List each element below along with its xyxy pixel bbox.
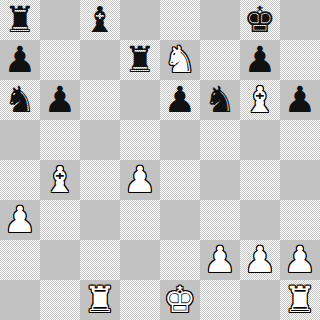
square-g1[interactable] [240,280,280,320]
square-g5[interactable] [240,120,280,160]
square-f2[interactable]: ♟ [200,240,240,280]
piece-white-bishop: ♝ [244,80,276,120]
square-f5[interactable] [200,120,240,160]
square-b7[interactable] [40,40,80,80]
square-e6[interactable]: ♟ [160,80,200,120]
square-b2[interactable] [40,240,80,280]
square-a8[interactable]: ♜ [0,0,40,40]
square-c7[interactable] [80,40,120,80]
chess-board: ♜♝♚♟♜♞♟♞♟♟♞♝♟♝♟♟♟♟♟♜♚♜ [0,0,320,320]
piece-white-pawn: ♟ [204,240,236,280]
square-f4[interactable] [200,160,240,200]
square-d1[interactable] [120,280,160,320]
square-h2[interactable]: ♟ [280,240,320,280]
square-c2[interactable] [80,240,120,280]
square-f1[interactable] [200,280,240,320]
piece-black-rook: ♜ [4,0,36,40]
square-d3[interactable] [120,200,160,240]
square-a3[interactable]: ♟ [0,200,40,240]
square-d6[interactable] [120,80,160,120]
square-e2[interactable] [160,240,200,280]
square-c5[interactable] [80,120,120,160]
square-d7[interactable]: ♜ [120,40,160,80]
square-a4[interactable] [0,160,40,200]
square-h3[interactable] [280,200,320,240]
piece-white-pawn: ♟ [4,200,36,240]
square-h1[interactable]: ♜ [280,280,320,320]
piece-black-pawn: ♟ [284,80,316,120]
square-c3[interactable] [80,200,120,240]
piece-white-rook: ♜ [84,280,116,320]
piece-black-pawn: ♟ [164,80,196,120]
piece-black-pawn: ♟ [44,80,76,120]
square-f7[interactable] [200,40,240,80]
square-b1[interactable] [40,280,80,320]
square-g7[interactable]: ♟ [240,40,280,80]
square-f6[interactable]: ♞ [200,80,240,120]
piece-black-pawn: ♟ [4,40,36,80]
square-a1[interactable] [0,280,40,320]
square-f8[interactable] [200,0,240,40]
square-e4[interactable] [160,160,200,200]
square-c1[interactable]: ♜ [80,280,120,320]
square-h8[interactable] [280,0,320,40]
square-h6[interactable]: ♟ [280,80,320,120]
piece-white-pawn: ♟ [124,160,156,200]
square-f3[interactable] [200,200,240,240]
square-c8[interactable]: ♝ [80,0,120,40]
piece-white-rook: ♜ [284,280,316,320]
square-e3[interactable] [160,200,200,240]
square-d8[interactable] [120,0,160,40]
square-b5[interactable] [40,120,80,160]
square-e1[interactable]: ♚ [160,280,200,320]
piece-black-knight: ♞ [204,80,236,120]
square-c6[interactable] [80,80,120,120]
square-h7[interactable] [280,40,320,80]
piece-white-bishop: ♝ [44,160,76,200]
piece-black-king: ♚ [244,0,276,40]
square-d4[interactable]: ♟ [120,160,160,200]
square-h4[interactable] [280,160,320,200]
square-g8[interactable]: ♚ [240,0,280,40]
square-g3[interactable] [240,200,280,240]
piece-white-pawn: ♟ [244,240,276,280]
square-b6[interactable]: ♟ [40,80,80,120]
square-b3[interactable] [40,200,80,240]
piece-white-king: ♚ [164,280,196,320]
square-g2[interactable]: ♟ [240,240,280,280]
square-a2[interactable] [0,240,40,280]
piece-white-knight: ♞ [164,40,196,80]
piece-black-knight: ♞ [4,80,36,120]
square-g4[interactable] [240,160,280,200]
square-b8[interactable] [40,0,80,40]
square-h5[interactable] [280,120,320,160]
piece-white-pawn: ♟ [284,240,316,280]
square-d5[interactable] [120,120,160,160]
square-a6[interactable]: ♞ [0,80,40,120]
piece-black-rook: ♜ [124,40,156,80]
square-a7[interactable]: ♟ [0,40,40,80]
square-g6[interactable]: ♝ [240,80,280,120]
square-d2[interactable] [120,240,160,280]
square-e8[interactable] [160,0,200,40]
square-e7[interactable]: ♞ [160,40,200,80]
piece-black-bishop: ♝ [84,0,116,40]
square-a5[interactable] [0,120,40,160]
square-e5[interactable] [160,120,200,160]
square-b4[interactable]: ♝ [40,160,80,200]
piece-black-pawn: ♟ [244,40,276,80]
square-c4[interactable] [80,160,120,200]
